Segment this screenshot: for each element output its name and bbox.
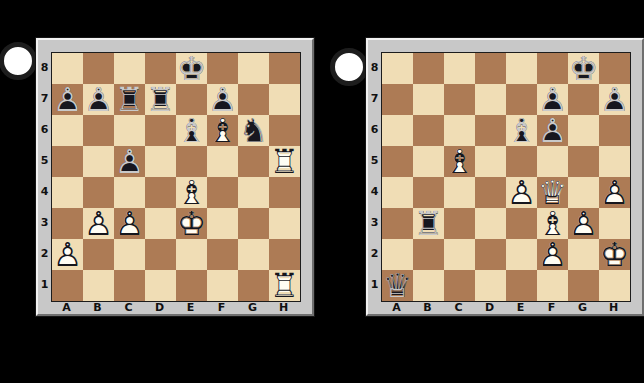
square-h5: ♜♖ [269,146,300,177]
piece-glyph-outline: ♙ [599,84,630,115]
square-e1 [176,270,207,301]
piece-glyph-outline: ♙ [568,208,599,239]
square-b8 [413,53,444,84]
board-grid-left: ♚♔♟♙♟♙♜♖♜♖♟♙♝♗♝♗♞♘♟♙♜♖♝♗♟♙♟♙♚♔♟♙♜♖ [51,52,301,302]
square-b7: ♟♙ [83,84,114,115]
square-d1 [145,270,176,301]
square-a3 [382,208,413,239]
square-c2 [444,239,475,270]
square-d3 [475,208,506,239]
rank-label-6: 6 [38,114,51,145]
square-d2 [475,239,506,270]
black-rook-c7: ♜♖ [114,84,145,115]
square-h4 [269,177,300,208]
square-d5 [145,146,176,177]
white-rook-h1: ♜♖ [269,270,300,301]
square-a5 [52,146,83,177]
square-f1 [207,270,238,301]
square-c8 [444,53,475,84]
square-b6 [83,115,114,146]
rank-label-1: 1 [368,269,381,300]
square-c5: ♟♙ [114,146,145,177]
square-d7: ♜♖ [145,84,176,115]
piece-glyph-outline: ♙ [537,239,568,270]
square-a6 [382,115,413,146]
square-c2 [114,239,145,270]
rank-label-8: 8 [368,52,381,83]
square-f5 [207,146,238,177]
black-rook-d7: ♜♖ [145,84,176,115]
square-d7 [475,84,506,115]
square-c7: ♜♖ [114,84,145,115]
black-king-e8: ♚♔ [176,53,207,84]
piece-glyph-outline: ♙ [114,208,145,239]
file-label-f: F [206,301,237,315]
square-g8: ♚♔ [568,53,599,84]
square-d4 [475,177,506,208]
piece-glyph-outline: ♖ [269,270,300,301]
square-g5 [238,146,269,177]
white-pawn-c3: ♟♙ [114,208,145,239]
piece-glyph-outline: ♔ [176,53,207,84]
white-rook-h5: ♜♖ [269,146,300,177]
square-g3: ♟♙ [568,208,599,239]
square-h2: ♚♔ [599,239,630,270]
white-pawn-g3: ♟♙ [568,208,599,239]
square-b1 [413,270,444,301]
square-a1: ♛♕ [382,270,413,301]
square-c3 [444,208,475,239]
square-a1 [52,270,83,301]
rank-labels-left: 87654321 [38,52,51,300]
square-g2 [568,239,599,270]
file-label-e: E [175,301,206,315]
square-h7: ♟♙ [599,84,630,115]
square-a4 [382,177,413,208]
square-a7: ♟♙ [52,84,83,115]
piece-glyph-outline: ♖ [269,146,300,177]
square-f3 [207,208,238,239]
piece-glyph-outline: ♙ [83,84,114,115]
square-c5: ♝♗ [444,146,475,177]
square-c7 [444,84,475,115]
piece-glyph-outline: ♘ [238,115,269,146]
square-b1 [83,270,114,301]
white-king-h2: ♚♔ [599,239,630,270]
square-b3: ♜♖ [413,208,444,239]
square-e3 [506,208,537,239]
piece-glyph-outline: ♔ [599,239,630,270]
square-a4 [52,177,83,208]
square-h6 [599,115,630,146]
rank-label-2: 2 [368,238,381,269]
square-b3: ♟♙ [83,208,114,239]
piece-glyph-outline: ♖ [114,84,145,115]
rank-label-7: 7 [38,83,51,114]
square-g1 [238,270,269,301]
file-label-a: A [51,301,82,315]
square-d1 [475,270,506,301]
square-h7 [269,84,300,115]
square-d3 [145,208,176,239]
square-g6: ♞♘ [238,115,269,146]
square-c4 [444,177,475,208]
square-g1 [568,270,599,301]
square-b5 [413,146,444,177]
square-b2 [413,239,444,270]
square-e8 [506,53,537,84]
piece-glyph-outline: ♔ [568,53,599,84]
piece-glyph-outline: ♙ [506,177,537,208]
file-labels-left: ABCDEFGH [51,301,299,315]
rank-label-5: 5 [368,145,381,176]
file-label-f: F [536,301,567,315]
black-bishop-e6: ♝♗ [506,115,537,146]
rank-label-1: 1 [38,269,51,300]
square-d2 [145,239,176,270]
piece-glyph-outline: ♖ [145,84,176,115]
file-label-b: B [412,301,443,315]
square-c1 [114,270,145,301]
white-bishop-c5: ♝♗ [444,146,475,177]
white-pawn-e4: ♟♙ [506,177,537,208]
square-f2: ♟♙ [537,239,568,270]
square-b7 [413,84,444,115]
file-label-c: C [113,301,144,315]
square-e4: ♟♙ [506,177,537,208]
square-e3: ♚♔ [176,208,207,239]
rank-labels-right: 87654321 [368,52,381,300]
chess-diagram-pair: 87654321ABCDEFGH♚♔♟♙♟♙♜♖♜♖♟♙♝♗♝♗♞♘♟♙♜♖♝♗… [0,0,644,383]
square-a8 [382,53,413,84]
black-pawn-h7: ♟♙ [599,84,630,115]
black-pawn-a7: ♟♙ [52,84,83,115]
square-g5 [568,146,599,177]
square-c1 [444,270,475,301]
square-g6 [568,115,599,146]
square-h1: ♜♖ [269,270,300,301]
file-label-c: C [443,301,474,315]
white-pawn-f2: ♟♙ [537,239,568,270]
rank-label-6: 6 [368,114,381,145]
black-pawn-b7: ♟♙ [83,84,114,115]
piece-glyph-outline: ♙ [52,239,83,270]
square-a5 [382,146,413,177]
square-c3: ♟♙ [114,208,145,239]
piece-glyph-outline: ♖ [413,208,444,239]
piece-glyph-outline: ♗ [444,146,475,177]
white-pawn-a2: ♟♙ [52,239,83,270]
piece-glyph-outline: ♕ [382,270,413,301]
square-b5 [83,146,114,177]
square-b2 [83,239,114,270]
file-labels-right: ABCDEFGH [381,301,629,315]
square-e6: ♝♗ [176,115,207,146]
rank-label-4: 4 [368,176,381,207]
file-label-b: B [82,301,113,315]
square-g8 [238,53,269,84]
square-f6: ♝♗ [207,115,238,146]
square-h1 [599,270,630,301]
square-h3 [269,208,300,239]
piece-glyph-outline: ♗ [506,115,537,146]
square-a2: ♟♙ [52,239,83,270]
white-bishop-f6: ♝♗ [207,115,238,146]
chess-board-left: 87654321ABCDEFGH♚♔♟♙♟♙♜♖♜♖♟♙♝♗♝♗♞♘♟♙♜♖♝♗… [36,38,314,316]
file-label-g: G [567,301,598,315]
piece-glyph-outline: ♙ [599,177,630,208]
chess-board-right: 87654321ABCDEFGH♚♔♟♙♟♙♝♗♟♙♝♗♟♙♛♕♟♙♜♖♝♗♟♙… [366,38,644,316]
square-a7 [382,84,413,115]
rank-label-5: 5 [38,145,51,176]
file-label-e: E [505,301,536,315]
rank-label-4: 4 [38,176,51,207]
square-h4: ♟♙ [599,177,630,208]
square-e2 [176,239,207,270]
piece-glyph-outline: ♙ [83,208,114,239]
piece-glyph-outline: ♙ [114,146,145,177]
square-f4 [207,177,238,208]
square-d6 [145,115,176,146]
white-pawn-b3: ♟♙ [83,208,114,239]
square-g3 [238,208,269,239]
rank-label-3: 3 [368,207,381,238]
rank-label-7: 7 [368,83,381,114]
white-pawn-h4: ♟♙ [599,177,630,208]
black-pawn-c5: ♟♙ [114,146,145,177]
square-d5 [475,146,506,177]
square-g4 [238,177,269,208]
square-f6: ♟♙ [537,115,568,146]
file-label-d: D [474,301,505,315]
black-queen-a1: ♛♕ [382,270,413,301]
black-pawn-f6: ♟♙ [537,115,568,146]
piece-glyph-outline: ♗ [207,115,238,146]
square-a6 [52,115,83,146]
white-to-move-indicator-right [330,48,368,86]
black-rook-b3: ♜♖ [413,208,444,239]
square-e2 [506,239,537,270]
piece-glyph-outline: ♙ [52,84,83,115]
square-f1 [537,270,568,301]
square-e1 [506,270,537,301]
square-d8 [475,53,506,84]
file-label-d: D [144,301,175,315]
white-to-move-indicator-left [0,42,37,80]
piece-glyph-outline: ♙ [537,115,568,146]
rank-label-2: 2 [38,238,51,269]
square-h8 [269,53,300,84]
square-d4 [145,177,176,208]
black-bishop-e6: ♝♗ [176,115,207,146]
square-d6 [475,115,506,146]
board-grid-right: ♚♔♟♙♟♙♝♗♟♙♝♗♟♙♛♕♟♙♜♖♝♗♟♙♟♙♚♔♛♕ [381,52,631,302]
square-e6: ♝♗ [506,115,537,146]
file-label-h: H [598,301,629,315]
square-b6 [413,115,444,146]
square-g2 [238,239,269,270]
square-f2 [207,239,238,270]
white-king-e3: ♚♔ [176,208,207,239]
rank-label-3: 3 [38,207,51,238]
black-king-g8: ♚♔ [568,53,599,84]
black-knight-g6: ♞♘ [238,115,269,146]
square-e8: ♚♔ [176,53,207,84]
square-g7 [568,84,599,115]
piece-glyph-outline: ♔ [176,208,207,239]
piece-glyph-outline: ♗ [176,115,207,146]
file-label-g: G [237,301,268,315]
rank-label-8: 8 [38,52,51,83]
